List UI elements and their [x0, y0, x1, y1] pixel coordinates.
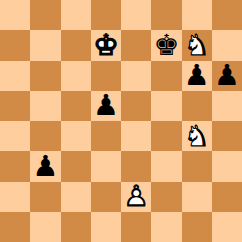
square-e6[interactable]: [121, 61, 151, 91]
square-h4[interactable]: [212, 121, 242, 151]
black-pawn-h6[interactable]: ♟: [212, 61, 242, 91]
square-g3[interactable]: [182, 151, 212, 181]
square-a1[interactable]: [0, 212, 30, 242]
pawn-outline-glyph: ♙: [121, 182, 151, 212]
square-d1[interactable]: [91, 212, 121, 242]
white-king-d7[interactable]: ♚♔: [91, 30, 121, 60]
square-d5[interactable]: ♟: [91, 91, 121, 121]
square-g5[interactable]: [182, 91, 212, 121]
square-b3[interactable]: ♟: [30, 151, 60, 181]
square-g6[interactable]: ♟: [182, 61, 212, 91]
square-a2[interactable]: [0, 182, 30, 212]
square-g8[interactable]: [182, 0, 212, 30]
square-h3[interactable]: [212, 151, 242, 181]
square-c2[interactable]: [61, 182, 91, 212]
square-f1[interactable]: [151, 212, 181, 242]
square-c3[interactable]: [61, 151, 91, 181]
square-h8[interactable]: [212, 0, 242, 30]
black-pawn-d5[interactable]: ♟: [91, 91, 121, 121]
white-knight-g4[interactable]: ♞♘: [182, 121, 212, 151]
square-b8[interactable]: [30, 0, 60, 30]
square-h7[interactable]: [212, 30, 242, 60]
square-d3[interactable]: [91, 151, 121, 181]
square-a3[interactable]: [0, 151, 30, 181]
square-d2[interactable]: [91, 182, 121, 212]
square-h1[interactable]: [212, 212, 242, 242]
square-e7[interactable]: [121, 30, 151, 60]
square-c8[interactable]: [61, 0, 91, 30]
king-glyph: ♚: [151, 30, 181, 60]
square-c5[interactable]: [61, 91, 91, 121]
square-f5[interactable]: [151, 91, 181, 121]
square-d4[interactable]: [91, 121, 121, 151]
square-e1[interactable]: [121, 212, 151, 242]
square-f2[interactable]: [151, 182, 181, 212]
knight-outline-glyph: ♘: [182, 121, 212, 151]
black-king-f7[interactable]: ♚: [151, 30, 181, 60]
square-e4[interactable]: [121, 121, 151, 151]
square-h2[interactable]: [212, 182, 242, 212]
square-g1[interactable]: [182, 212, 212, 242]
pawn-glyph: ♟: [91, 91, 121, 121]
square-c4[interactable]: [61, 121, 91, 151]
square-d8[interactable]: [91, 0, 121, 30]
square-f3[interactable]: [151, 151, 181, 181]
square-h6[interactable]: ♟: [212, 61, 242, 91]
square-a7[interactable]: [0, 30, 30, 60]
square-a6[interactable]: [0, 61, 30, 91]
square-a5[interactable]: [0, 91, 30, 121]
square-e2[interactable]: ♟♙: [121, 182, 151, 212]
square-a4[interactable]: [0, 121, 30, 151]
square-g4[interactable]: ♞♘: [182, 121, 212, 151]
black-pawn-g6[interactable]: ♟: [182, 61, 212, 91]
square-f6[interactable]: [151, 61, 181, 91]
square-d7[interactable]: ♚♔: [91, 30, 121, 60]
square-c6[interactable]: [61, 61, 91, 91]
chess-board: ♚♔♚♞♘♟♟♟♞♘♟♟♙: [0, 0, 242, 242]
knight-outline-glyph: ♘: [182, 30, 212, 60]
square-b1[interactable]: [30, 212, 60, 242]
pawn-glyph: ♟: [182, 61, 212, 91]
pawn-glyph: ♟: [212, 61, 242, 91]
square-b2[interactable]: [30, 182, 60, 212]
square-e8[interactable]: [121, 0, 151, 30]
square-f8[interactable]: [151, 0, 181, 30]
square-d6[interactable]: [91, 61, 121, 91]
square-b7[interactable]: [30, 30, 60, 60]
square-g2[interactable]: [182, 182, 212, 212]
square-e5[interactable]: [121, 91, 151, 121]
square-b6[interactable]: [30, 61, 60, 91]
square-f7[interactable]: ♚: [151, 30, 181, 60]
white-pawn-e2[interactable]: ♟♙: [121, 182, 151, 212]
square-a8[interactable]: [0, 0, 30, 30]
white-knight-g7[interactable]: ♞♘: [182, 30, 212, 60]
square-c1[interactable]: [61, 212, 91, 242]
square-g7[interactable]: ♞♘: [182, 30, 212, 60]
square-c7[interactable]: [61, 30, 91, 60]
square-f4[interactable]: [151, 121, 181, 151]
king-outline-glyph: ♔: [91, 30, 121, 60]
pawn-glyph: ♟: [30, 151, 60, 181]
square-h5[interactable]: [212, 91, 242, 121]
square-b4[interactable]: [30, 121, 60, 151]
square-e3[interactable]: [121, 151, 151, 181]
black-pawn-b3[interactable]: ♟: [30, 151, 60, 181]
square-b5[interactable]: [30, 91, 60, 121]
